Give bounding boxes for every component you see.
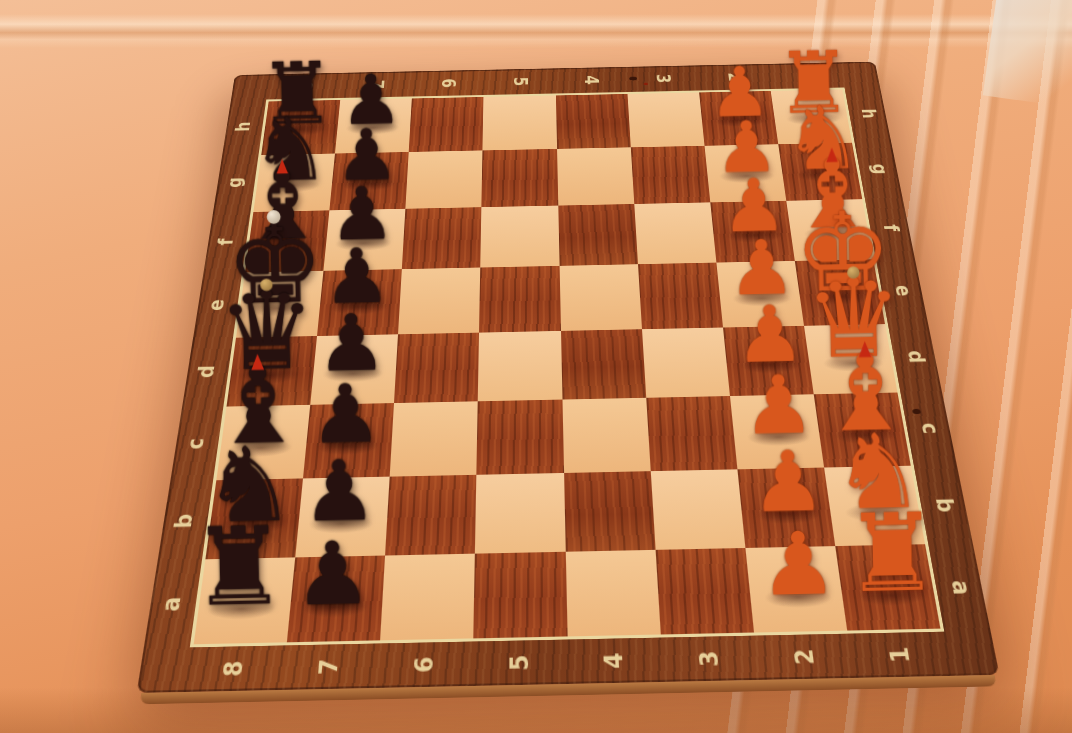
square-b3[interactable] — [650, 469, 745, 550]
square-a6[interactable] — [380, 553, 475, 640]
square-g1[interactable] — [778, 142, 862, 200]
square-e5[interactable] — [479, 266, 560, 332]
square-f8[interactable] — [245, 210, 330, 272]
rank-label-bottom-4: 4 — [602, 652, 627, 669]
square-d5[interactable] — [478, 330, 562, 400]
square-g2[interactable] — [704, 144, 786, 202]
square-f3[interactable] — [633, 202, 715, 264]
square-h7[interactable] — [335, 98, 412, 153]
rank-label-bottom-2: 2 — [792, 648, 818, 665]
square-h8[interactable] — [261, 100, 340, 155]
square-f2[interactable] — [710, 201, 795, 263]
square-c3[interactable] — [645, 395, 736, 470]
square-b4[interactable] — [563, 470, 655, 551]
square-f7[interactable] — [323, 208, 405, 270]
square-f6[interactable] — [402, 207, 482, 269]
piece-black-pawn-a7[interactable]: ♟ — [292, 529, 371, 617]
square-g3[interactable] — [630, 145, 710, 203]
rank-label-bottom-5: 5 — [507, 654, 532, 671]
rank-label-bottom-8: 8 — [220, 660, 246, 677]
square-a3[interactable] — [655, 547, 754, 634]
square-g5[interactable] — [481, 149, 557, 207]
square-h6[interactable] — [408, 97, 483, 152]
piece-white-rook-a1[interactable]: ♜ — [842, 499, 940, 608]
scene-background: hgfedcbahgfedcba8765432187654321♜♟♟♜♞♟♟♞… — [0, 0, 1072, 733]
square-e4[interactable] — [559, 264, 641, 330]
square-g7[interactable] — [329, 152, 408, 210]
square-f1[interactable] — [786, 199, 873, 261]
perspective-wrapper: hgfedcbahgfedcba8765432187654321♜♟♟♜♞♟♟♞… — [0, 0, 1072, 733]
file-label-right-a: a — [946, 580, 973, 595]
square-a5[interactable] — [473, 551, 566, 638]
file-label-left-a: a — [159, 596, 185, 611]
square-h4[interactable] — [555, 94, 630, 149]
square-d3[interactable] — [641, 327, 729, 397]
square-b5[interactable] — [475, 472, 565, 553]
rank-label-bottom-7: 7 — [316, 658, 342, 675]
piece-black-pawn-b7[interactable]: ♟ — [300, 449, 377, 534]
piece-white-pawn-a2[interactable]: ♟ — [758, 520, 837, 608]
square-g8[interactable] — [253, 153, 335, 212]
square-h5[interactable] — [482, 95, 556, 150]
square-c4[interactable] — [561, 397, 649, 472]
square-g6[interactable] — [405, 150, 482, 208]
square-d4[interactable] — [560, 328, 645, 398]
rank-label-bottom-1: 1 — [887, 646, 914, 663]
rank-label-top-3: 3 — [653, 73, 672, 83]
wood-chip-debris — [643, 82, 648, 85]
wood-chip-debris — [629, 76, 637, 80]
square-e3[interactable] — [637, 262, 722, 328]
square-b6[interactable] — [385, 474, 476, 555]
piece-black-rook-a8[interactable]: ♜ — [189, 513, 287, 622]
rank-label-top-4: 4 — [581, 75, 600, 85]
rank-label-bottom-6: 6 — [412, 656, 437, 673]
square-c6[interactable] — [389, 400, 477, 475]
square-g4[interactable] — [556, 147, 633, 205]
rank-label-top-6: 6 — [438, 78, 457, 88]
square-f5[interactable] — [480, 205, 559, 267]
square-h2[interactable] — [698, 91, 777, 146]
square-d6[interactable] — [394, 332, 479, 403]
square-h1[interactable] — [770, 89, 851, 144]
square-c5[interactable] — [476, 399, 563, 474]
square-f4[interactable] — [557, 204, 637, 266]
piece-white-pawn-b2[interactable]: ♟ — [750, 439, 827, 524]
chess-board: hgfedcbahgfedcba8765432187654321♜♟♟♜♞♟♟♞… — [136, 61, 999, 692]
square-a4[interactable] — [565, 549, 660, 636]
rank-label-top-5: 5 — [510, 76, 528, 86]
square-e6[interactable] — [398, 267, 480, 333]
rank-label-bottom-3: 3 — [697, 650, 723, 667]
square-h3[interactable] — [627, 92, 704, 147]
